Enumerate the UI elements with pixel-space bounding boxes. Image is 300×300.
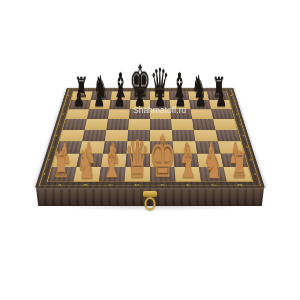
- brass-latch-icon: [139, 189, 161, 211]
- square-a7: ♟: [69, 100, 91, 109]
- file-label-c: C: [98, 182, 124, 188]
- square-h6: [211, 109, 234, 119]
- square-g5: [192, 119, 215, 130]
- square-f7: ♟: [170, 100, 191, 109]
- square-h4: [215, 130, 240, 141]
- square-d5: [128, 119, 150, 130]
- file-label-b: B: [72, 182, 99, 188]
- square-h7: ♟: [209, 100, 231, 109]
- black-knight: ♞: [93, 73, 108, 99]
- square-c5: [106, 119, 129, 130]
- square-d4: [127, 130, 150, 141]
- square-a5: [63, 119, 87, 130]
- black-rook: ♜: [74, 76, 88, 100]
- square-c1: ♝: [99, 167, 126, 181]
- square-g6: [191, 109, 213, 119]
- square-b6: [87, 109, 109, 119]
- square-c8: ♝: [111, 91, 131, 100]
- file-label-h: H: [227, 182, 254, 188]
- square-c7: ♟: [109, 100, 130, 109]
- square-b8: ♞: [91, 91, 112, 100]
- square-a1: ♜: [48, 167, 77, 181]
- board-grid: ♜♞♝♚♛♝♞♜♟♟♟♟♟♟♟♟♟♟♟♟♟♟♟♟♜♞♝♛♚♝♞♜: [48, 91, 252, 181]
- square-e1: ♚: [150, 167, 176, 181]
- file-labels: ABCDEFGH: [46, 182, 254, 188]
- square-g1: ♞: [199, 167, 227, 181]
- square-b1: ♞: [73, 167, 101, 181]
- square-b3: [79, 141, 104, 153]
- square-e3: [150, 141, 174, 153]
- black-knight: ♞: [192, 73, 207, 99]
- square-e2: ♟: [150, 154, 174, 167]
- square-c3: [103, 141, 127, 153]
- square-g2: ♟: [197, 154, 223, 167]
- square-c6: [108, 109, 130, 119]
- square-f2: ♟: [174, 154, 199, 167]
- square-a2: ♟: [52, 154, 79, 167]
- square-c4: [105, 130, 128, 141]
- square-h2: ♟: [221, 154, 248, 167]
- square-f3: [173, 141, 197, 153]
- square-d7: ♟: [130, 100, 150, 109]
- square-f1: ♝: [174, 167, 201, 181]
- square-d8: ♚: [130, 91, 150, 100]
- square-a8: ♜: [71, 91, 93, 100]
- square-h8: ♜: [207, 91, 229, 100]
- chess-board: ♜♞♝♚♛♝♞♜♟♟♟♟♟♟♟♟♟♟♟♟♟♟♟♟♜♞♝♛♚♝♞♜ ABCDEFG…: [35, 88, 265, 188]
- square-e8: ♛: [150, 91, 170, 100]
- black-king: ♚: [129, 62, 150, 99]
- black-bishop: ♝: [171, 71, 188, 100]
- square-b4: [82, 130, 106, 141]
- square-d6: [129, 109, 150, 119]
- square-h5: [213, 119, 237, 130]
- black-queen: ♛: [150, 66, 170, 100]
- black-rook: ♜: [212, 76, 226, 100]
- file-label-e: E: [150, 182, 176, 188]
- rank-label-8: 8: [227, 91, 236, 100]
- board-frame: ♜♞♝♚♛♝♞♜♟♟♟♟♟♟♟♟♟♟♟♟♟♟♟♟♜♞♝♛♚♝♞♜ ABCDEFG…: [35, 88, 265, 188]
- square-a4: [59, 130, 84, 141]
- square-g3: [195, 141, 220, 153]
- square-d3: [126, 141, 150, 153]
- square-h1: ♜: [223, 167, 252, 181]
- file-label-f: F: [176, 182, 202, 188]
- rank-label-6: 6: [232, 109, 242, 119]
- square-f8: ♝: [169, 91, 189, 100]
- rank-label-7: 7: [229, 100, 239, 109]
- square-g7: ♟: [189, 100, 211, 109]
- square-d2: ♟: [126, 154, 150, 167]
- chess-set-product-photo: ♜♞♝♚♛♝♞♜♟♟♟♟♟♟♟♟♟♟♟♟♟♟♟♟♜♞♝♛♚♝♞♜ ABCDEFG…: [0, 0, 300, 300]
- file-label-g: G: [201, 182, 228, 188]
- black-bishop: ♝: [112, 71, 129, 100]
- square-e7: ♟: [150, 100, 170, 109]
- file-label-a: A: [46, 182, 73, 188]
- square-e4: [150, 130, 173, 141]
- square-c2: ♟: [101, 154, 126, 167]
- square-a3: [56, 141, 82, 153]
- square-a6: [66, 109, 89, 119]
- square-f4: [172, 130, 195, 141]
- square-g4: [194, 130, 218, 141]
- square-d1: ♛: [124, 167, 150, 181]
- latch-ring: [145, 197, 156, 210]
- square-e5: [150, 119, 172, 130]
- square-f5: [171, 119, 194, 130]
- file-label-d: D: [124, 182, 150, 188]
- square-b7: ♟: [89, 100, 111, 109]
- square-g8: ♞: [188, 91, 209, 100]
- square-h3: [218, 141, 244, 153]
- square-f6: [170, 109, 192, 119]
- square-b5: [85, 119, 108, 130]
- square-e6: [150, 109, 171, 119]
- square-b2: ♟: [77, 154, 103, 167]
